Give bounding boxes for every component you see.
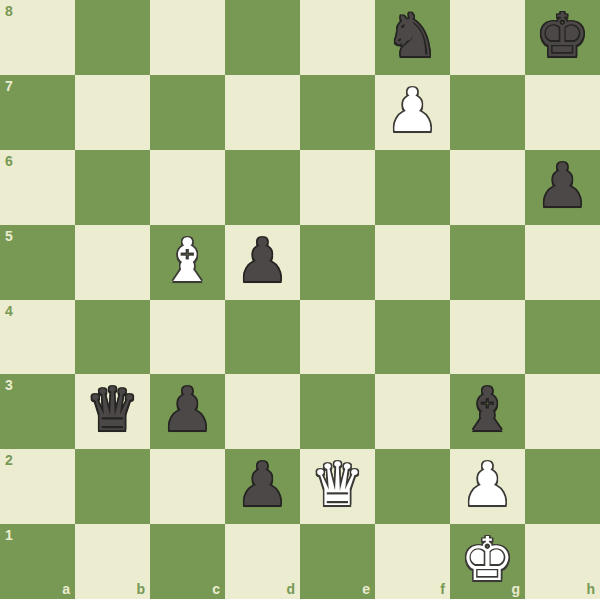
square-c2[interactable]	[150, 449, 225, 524]
square-a6[interactable]: 6	[0, 150, 75, 225]
rank-label-7: 7	[5, 79, 13, 93]
square-h3[interactable]	[525, 374, 600, 449]
square-f2[interactable]	[375, 449, 450, 524]
square-a3[interactable]: 3	[0, 374, 75, 449]
black-pawn-d5[interactable]: ♟	[236, 223, 290, 298]
white-king-g1[interactable]: ♚	[461, 522, 515, 597]
square-a1[interactable]: 1a	[0, 524, 75, 599]
square-b6[interactable]	[75, 150, 150, 225]
square-a7[interactable]: 7	[0, 75, 75, 150]
square-g8[interactable]	[450, 0, 525, 75]
square-e1[interactable]: e	[300, 524, 375, 599]
square-g4[interactable]	[450, 300, 525, 374]
square-c6[interactable]	[150, 150, 225, 225]
square-a8[interactable]: 8	[0, 0, 75, 75]
square-a2[interactable]: 2	[0, 449, 75, 524]
square-f4[interactable]	[375, 300, 450, 374]
black-pawn-c3[interactable]: ♟	[161, 372, 215, 447]
square-e7[interactable]	[300, 75, 375, 150]
square-e8[interactable]	[300, 0, 375, 75]
square-b8[interactable]	[75, 0, 150, 75]
square-f3[interactable]	[375, 374, 450, 449]
square-c3[interactable]: ♟	[150, 374, 225, 449]
square-h2[interactable]	[525, 449, 600, 524]
square-c1[interactable]: c	[150, 524, 225, 599]
white-bishop-c5[interactable]: ♝	[161, 223, 215, 298]
rank-label-8: 8	[5, 4, 13, 18]
square-d5[interactable]: ♟	[225, 225, 300, 300]
rank-label-3: 3	[5, 378, 13, 392]
square-b7[interactable]	[75, 75, 150, 150]
square-d4[interactable]	[225, 300, 300, 374]
square-h4[interactable]	[525, 300, 600, 374]
file-label-e: e	[362, 582, 370, 596]
square-h7[interactable]	[525, 75, 600, 150]
square-h8[interactable]: ♚	[525, 0, 600, 75]
square-g5[interactable]	[450, 225, 525, 300]
chess-board: 8♞♚7♟6♟5♝♟43♛♟♝2♟♛♟1abcdefg♚h	[0, 0, 600, 599]
square-a5[interactable]: 5	[0, 225, 75, 300]
square-g6[interactable]	[450, 150, 525, 225]
square-b2[interactable]	[75, 449, 150, 524]
square-d8[interactable]	[225, 0, 300, 75]
square-e2[interactable]: ♛	[300, 449, 375, 524]
white-pawn-f7[interactable]: ♟	[386, 73, 440, 148]
square-g3[interactable]: ♝	[450, 374, 525, 449]
black-pawn-h6[interactable]: ♟	[536, 148, 590, 223]
square-c7[interactable]	[150, 75, 225, 150]
black-king-h8[interactable]: ♚	[536, 0, 590, 73]
rank-label-4: 4	[5, 304, 13, 318]
square-g2[interactable]: ♟	[450, 449, 525, 524]
black-knight-f8[interactable]: ♞	[386, 0, 440, 73]
rank-label-5: 5	[5, 229, 13, 243]
file-label-c: c	[212, 582, 220, 596]
square-b3[interactable]: ♛	[75, 374, 150, 449]
black-queen-b3[interactable]: ♛	[86, 372, 140, 447]
square-c5[interactable]: ♝	[150, 225, 225, 300]
square-e4[interactable]	[300, 300, 375, 374]
black-pawn-d2[interactable]: ♟	[236, 447, 290, 522]
file-label-h: h	[586, 582, 595, 596]
file-label-a: a	[62, 582, 70, 596]
rank-label-2: 2	[5, 453, 13, 467]
square-e3[interactable]	[300, 374, 375, 449]
white-queen-e2[interactable]: ♛	[311, 447, 365, 522]
square-d1[interactable]: d	[225, 524, 300, 599]
square-c4[interactable]	[150, 300, 225, 374]
white-pawn-g2[interactable]: ♟	[461, 447, 515, 522]
square-e5[interactable]	[300, 225, 375, 300]
square-b5[interactable]	[75, 225, 150, 300]
square-f5[interactable]	[375, 225, 450, 300]
square-h5[interactable]	[525, 225, 600, 300]
square-g7[interactable]	[450, 75, 525, 150]
square-d2[interactable]: ♟	[225, 449, 300, 524]
square-d6[interactable]	[225, 150, 300, 225]
square-b1[interactable]: b	[75, 524, 150, 599]
square-d3[interactable]	[225, 374, 300, 449]
rank-label-6: 6	[5, 154, 13, 168]
square-h1[interactable]: h	[525, 524, 600, 599]
rank-label-1: 1	[5, 528, 13, 542]
square-g1[interactable]: g♚	[450, 524, 525, 599]
square-f7[interactable]: ♟	[375, 75, 450, 150]
square-d7[interactable]	[225, 75, 300, 150]
square-f8[interactable]: ♞	[375, 0, 450, 75]
file-label-b: b	[136, 582, 145, 596]
square-b4[interactable]	[75, 300, 150, 374]
file-label-f: f	[440, 582, 445, 596]
square-a4[interactable]: 4	[0, 300, 75, 374]
square-h6[interactable]: ♟	[525, 150, 600, 225]
black-bishop-g3[interactable]: ♝	[461, 372, 515, 447]
square-f6[interactable]	[375, 150, 450, 225]
file-label-d: d	[286, 582, 295, 596]
square-e6[interactable]	[300, 150, 375, 225]
square-f1[interactable]: f	[375, 524, 450, 599]
square-c8[interactable]	[150, 0, 225, 75]
